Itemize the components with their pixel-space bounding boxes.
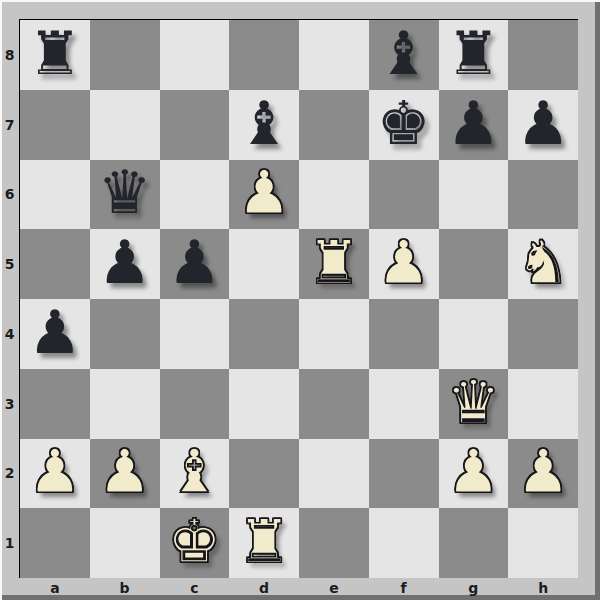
black-king[interactable]: ♚	[377, 93, 431, 153]
square-d7[interactable]: ♝	[229, 90, 299, 160]
black-pawn[interactable]: ♟	[516, 93, 570, 153]
square-e8[interactable]	[299, 20, 369, 90]
square-c2[interactable]: ♝	[160, 439, 230, 509]
square-c4[interactable]	[160, 299, 230, 369]
black-pawn[interactable]: ♟	[167, 232, 221, 292]
square-f4[interactable]	[369, 299, 439, 369]
square-g7[interactable]: ♟	[439, 90, 509, 160]
black-pawn[interactable]: ♟	[446, 93, 500, 153]
black-rook[interactable]: ♜	[28, 23, 82, 83]
square-d2[interactable]	[229, 439, 299, 509]
white-pawn[interactable]: ♟	[446, 441, 500, 501]
square-a2[interactable]: ♟	[20, 439, 90, 509]
square-f7[interactable]: ♚	[369, 90, 439, 160]
square-e7[interactable]	[299, 90, 369, 160]
square-e5[interactable]: ♜	[299, 229, 369, 299]
square-b5[interactable]: ♟	[90, 229, 160, 299]
white-pawn[interactable]: ♟	[237, 162, 291, 222]
black-bishop[interactable]: ♝	[237, 93, 291, 153]
square-a1[interactable]	[20, 508, 90, 578]
square-e6[interactable]	[299, 160, 369, 230]
square-g1[interactable]	[439, 508, 509, 578]
rank-label-6: 6	[0, 160, 19, 230]
black-pawn[interactable]: ♟	[28, 302, 82, 362]
square-c6[interactable]	[160, 160, 230, 230]
square-c8[interactable]	[160, 20, 230, 90]
file-label-f: f	[369, 578, 439, 597]
square-a6[interactable]	[20, 160, 90, 230]
white-rook[interactable]: ♜	[237, 511, 291, 571]
file-label-e: e	[299, 578, 369, 597]
square-c1[interactable]: ♚	[160, 508, 230, 578]
white-bishop[interactable]: ♝	[167, 441, 221, 501]
square-f2[interactable]	[369, 439, 439, 509]
rank-label-4: 4	[0, 299, 19, 369]
board-frame: 87654321 abcdefgh ♜♝♜♝♚♟♟♛♟♟♟♜♟♞♟♛♟♟♝♟♟♚…	[0, 0, 600, 600]
square-h3[interactable]	[508, 369, 578, 439]
rank-label-1: 1	[0, 508, 19, 578]
square-e4[interactable]	[299, 299, 369, 369]
black-queen[interactable]: ♛	[98, 162, 152, 222]
file-label-c: c	[160, 578, 230, 597]
square-a8[interactable]: ♜	[20, 20, 90, 90]
white-pawn[interactable]: ♟	[98, 441, 152, 501]
file-label-a: a	[20, 578, 90, 597]
square-g3[interactable]: ♛	[439, 369, 509, 439]
square-f1[interactable]	[369, 508, 439, 578]
white-pawn[interactable]: ♟	[377, 232, 431, 292]
square-f3[interactable]	[369, 369, 439, 439]
square-h2[interactable]: ♟	[508, 439, 578, 509]
rank-label-8: 8	[0, 20, 19, 90]
rank-label-3: 3	[0, 369, 19, 439]
square-h7[interactable]: ♟	[508, 90, 578, 160]
file-label-h: h	[508, 578, 578, 597]
square-c7[interactable]	[160, 90, 230, 160]
square-g6[interactable]	[439, 160, 509, 230]
square-d5[interactable]	[229, 229, 299, 299]
square-a3[interactable]	[20, 369, 90, 439]
square-f6[interactable]	[369, 160, 439, 230]
square-g8[interactable]: ♜	[439, 20, 509, 90]
square-d1[interactable]: ♜	[229, 508, 299, 578]
square-h8[interactable]	[508, 20, 578, 90]
white-pawn[interactable]: ♟	[516, 441, 570, 501]
file-label-d: d	[229, 578, 299, 597]
square-d3[interactable]	[229, 369, 299, 439]
square-e2[interactable]	[299, 439, 369, 509]
square-c5[interactable]: ♟	[160, 229, 230, 299]
square-b2[interactable]: ♟	[90, 439, 160, 509]
square-b3[interactable]	[90, 369, 160, 439]
square-g5[interactable]	[439, 229, 509, 299]
file-label-g: g	[439, 578, 509, 597]
white-king[interactable]: ♚	[167, 511, 221, 571]
white-pawn[interactable]: ♟	[28, 441, 82, 501]
square-g2[interactable]: ♟	[439, 439, 509, 509]
square-b6[interactable]: ♛	[90, 160, 160, 230]
square-e1[interactable]	[299, 508, 369, 578]
black-pawn[interactable]: ♟	[98, 232, 152, 292]
square-d4[interactable]	[229, 299, 299, 369]
rank-label-7: 7	[0, 90, 19, 160]
square-h6[interactable]	[508, 160, 578, 230]
chess-board: ♜♝♜♝♚♟♟♛♟♟♟♜♟♞♟♛♟♟♝♟♟♚♜	[19, 19, 578, 578]
rank-label-2: 2	[0, 439, 19, 509]
square-d6[interactable]: ♟	[229, 160, 299, 230]
square-b1[interactable]	[90, 508, 160, 578]
square-h1[interactable]	[508, 508, 578, 578]
white-rook[interactable]: ♜	[307, 232, 361, 292]
square-e3[interactable]	[299, 369, 369, 439]
black-rook[interactable]: ♜	[446, 23, 500, 83]
square-f5[interactable]: ♟	[369, 229, 439, 299]
rank-label-5: 5	[0, 229, 19, 299]
square-h4[interactable]	[508, 299, 578, 369]
white-queen[interactable]: ♛	[446, 372, 500, 432]
black-bishop[interactable]: ♝	[377, 23, 431, 83]
square-a7[interactable]	[20, 90, 90, 160]
square-b4[interactable]	[90, 299, 160, 369]
square-f8[interactable]: ♝	[369, 20, 439, 90]
square-a4[interactable]: ♟	[20, 299, 90, 369]
white-knight[interactable]: ♞	[516, 232, 570, 292]
square-b7[interactable]	[90, 90, 160, 160]
square-h5[interactable]: ♞	[508, 229, 578, 299]
square-c3[interactable]	[160, 369, 230, 439]
square-d8[interactable]	[229, 20, 299, 90]
square-g4[interactable]	[439, 299, 509, 369]
square-b8[interactable]	[90, 20, 160, 90]
file-label-b: b	[90, 578, 160, 597]
square-a5[interactable]	[20, 229, 90, 299]
